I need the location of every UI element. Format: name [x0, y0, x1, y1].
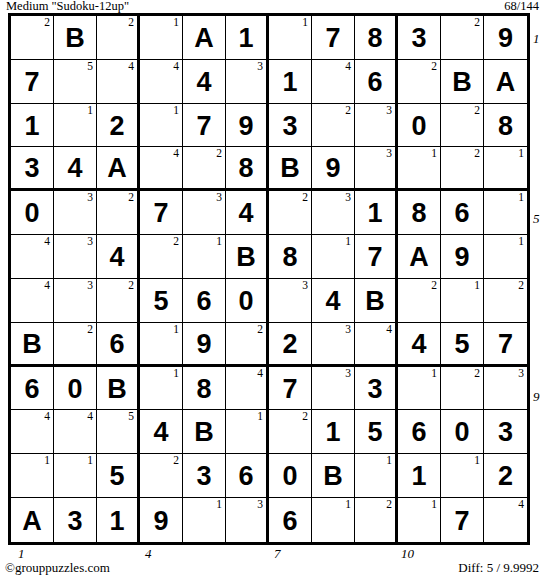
sudoku-cell-r8c6[interactable]: 2: [226, 323, 269, 367]
cell-corner-mark: 1: [173, 104, 179, 117]
cell-corner-mark: 2: [474, 16, 480, 29]
sudoku-cell-r11c2[interactable]: 1: [54, 454, 97, 498]
cell-value: 6: [226, 454, 266, 497]
sudoku-cell-r4c8[interactable]: 9: [312, 147, 355, 191]
cell-corner-mark: 3: [216, 191, 222, 204]
cell-corner-mark: 5: [87, 60, 93, 73]
filled-cell-counter: 68/144: [504, 0, 539, 13]
cell-corner-mark: 3: [87, 235, 93, 248]
cell-corner-mark: 3: [386, 147, 392, 160]
sudoku-cell-r2c3[interactable]: 4: [97, 60, 140, 104]
sudoku-cell-r4c9[interactable]: 3: [355, 147, 398, 191]
sudoku-cell-r6c3[interactable]: 4: [97, 235, 140, 279]
sudoku-cell-r12c10[interactable]: 1: [398, 498, 441, 542]
cell-corner-mark: 1: [386, 454, 392, 467]
cell-corner-mark: 5: [128, 410, 134, 423]
sudoku-cell-r11c4[interactable]: 2: [140, 454, 183, 498]
cell-value: A: [398, 235, 440, 278]
sudoku-cell-r8c9[interactable]: 4: [355, 323, 398, 367]
cell-value: 4: [398, 323, 440, 364]
sudoku-cell-r4c4[interactable]: 4: [140, 147, 183, 191]
sudoku-cell-r7c10[interactable]: 2: [398, 279, 441, 323]
sudoku-cell-r3c12[interactable]: 8: [484, 104, 527, 148]
sudoku-cell-r11c6[interactable]: 6: [226, 454, 269, 498]
sudoku-cell-r2c12[interactable]: A: [484, 60, 527, 104]
sudoku-cell-r10c2[interactable]: 4: [54, 410, 97, 454]
cell-corner-mark: 1: [173, 367, 179, 380]
cell-corner-mark: 2: [386, 498, 392, 511]
cell-corner-mark: 1: [87, 104, 93, 117]
cell-corner-mark: 2: [345, 104, 351, 117]
cell-corner-mark: 1: [302, 16, 308, 29]
cell-value: B: [97, 367, 137, 410]
cell-value: 7: [441, 498, 483, 542]
sudoku-cell-r8c4[interactable]: 1: [140, 323, 183, 367]
cell-value: 1: [398, 454, 440, 497]
sudoku-cell-r4c1[interactable]: 3: [11, 147, 54, 191]
sudoku-cell-r11c7[interactable]: 0: [269, 454, 312, 498]
cell-value: 4: [226, 191, 266, 234]
cell-corner-mark: 4: [44, 410, 50, 423]
sudoku-cell-r1c7[interactable]: 1: [269, 16, 312, 60]
cell-value: 6: [398, 410, 440, 453]
cell-corner-mark: 1: [474, 454, 480, 467]
cell-value: B: [312, 454, 354, 497]
cell-corner-mark: 1: [518, 235, 524, 248]
cell-corner-mark: 4: [44, 279, 50, 292]
cell-corner-mark: 3: [87, 191, 93, 204]
col-band-label-1: 1: [18, 547, 25, 561]
sudoku-cell-r1c10[interactable]: 3: [398, 16, 441, 60]
sudoku-cell-r10c6[interactable]: 1: [226, 410, 269, 454]
cell-value: 7: [11, 60, 53, 103]
sudoku-cell-r9c3[interactable]: B: [97, 367, 140, 411]
cell-value: 7: [312, 16, 354, 59]
sudoku-cell-r4c7[interactable]: B: [269, 147, 312, 191]
cell-value: 9: [183, 323, 225, 364]
sudoku-cell-r9c5[interactable]: 8: [183, 367, 226, 411]
sudoku-cell-r7c4[interactable]: 5: [140, 279, 183, 323]
difficulty-readout: Diff: 5 / 9.9992: [458, 560, 539, 575]
sudoku-cell-r5c10[interactable]: 8: [398, 191, 441, 235]
cell-corner-mark: 1: [87, 454, 93, 467]
cell-corner-mark: 1: [216, 498, 222, 511]
cell-corner-mark: 2: [128, 16, 134, 29]
cell-corner-mark: 1: [173, 323, 179, 336]
col-band-label-10: 10: [401, 547, 414, 561]
row-band-label-1: 1: [533, 32, 545, 46]
sudoku-cell-r3c11[interactable]: 2: [441, 104, 484, 148]
cell-value: B: [54, 16, 96, 59]
sudoku-cell-r9c9[interactable]: 3: [355, 367, 398, 411]
sudoku-cell-r2c7[interactable]: 1: [269, 60, 312, 104]
cell-corner-mark: 3: [345, 191, 351, 204]
sudoku-cell-r6c7[interactable]: 8: [269, 235, 312, 279]
sudoku-cell-r5c7[interactable]: 2: [269, 191, 312, 235]
cell-corner-mark: 4: [257, 367, 263, 380]
sudoku-cell-r3c8[interactable]: 2: [312, 104, 355, 148]
cell-corner-mark: 1: [518, 191, 524, 204]
cell-corner-mark: 3: [518, 367, 524, 380]
sudoku-cell-r9c10[interactable]: 1: [398, 367, 441, 411]
sudoku-cell-r8c8[interactable]: 3: [312, 323, 355, 367]
cell-value: 3: [269, 104, 311, 147]
sudoku-cell-r1c1[interactable]: 2: [11, 16, 54, 60]
sudoku-cell-r6c12[interactable]: 1: [484, 235, 527, 279]
cell-corner-mark: 1: [474, 279, 480, 292]
sudoku-cell-r6c10[interactable]: A: [398, 235, 441, 279]
sudoku-cell-r9c4[interactable]: 1: [140, 367, 183, 411]
cell-corner-mark: 1: [173, 16, 179, 29]
cell-value: 6: [355, 60, 395, 103]
sudoku-cell-r7c9[interactable]: B: [355, 279, 398, 323]
sudoku-board: 2B21A11783297544431462BA11217932302834A4…: [8, 13, 530, 545]
cell-corner-mark: 2: [173, 235, 179, 248]
sudoku-cell-r3c6[interactable]: 9: [226, 104, 269, 148]
sudoku-cell-r5c11[interactable]: 6: [441, 191, 484, 235]
sudoku-cell-r6c9[interactable]: 7: [355, 235, 398, 279]
cell-value: 1: [312, 410, 354, 453]
cell-value: 4: [312, 279, 354, 322]
cell-corner-mark: 4: [173, 60, 179, 73]
sudoku-cell-r4c2[interactable]: 4: [54, 147, 97, 191]
sudoku-cell-r8c3[interactable]: 6: [97, 323, 140, 367]
cell-corner-mark: 2: [257, 323, 263, 336]
puzzle-title: Medium "Sudoku-12up": [6, 0, 129, 13]
sudoku-cell-r4c6[interactable]: 8: [226, 147, 269, 191]
sudoku-cell-r2c2[interactable]: 5: [54, 60, 97, 104]
sudoku-cell-r3c2[interactable]: 1: [54, 104, 97, 148]
row-band-label-5: 5: [533, 212, 545, 226]
cell-value: 1: [269, 60, 311, 103]
cell-value: 9: [140, 498, 182, 542]
cell-corner-mark: 3: [386, 104, 392, 117]
cell-value: 3: [398, 16, 440, 59]
cell-corner-mark: 1: [431, 147, 437, 160]
sudoku-cell-r3c1[interactable]: 1: [11, 104, 54, 148]
cell-value: 0: [226, 279, 266, 322]
cell-value: 0: [441, 410, 483, 453]
sudoku-cell-r10c10[interactable]: 6: [398, 410, 441, 454]
sudoku-cell-r12c1[interactable]: A: [11, 498, 54, 542]
sudoku-cell-r11c8[interactable]: B: [312, 454, 355, 498]
sudoku-cell-r2c6[interactable]: 3: [226, 60, 269, 104]
sudoku-cell-r5c5[interactable]: 3: [183, 191, 226, 235]
sudoku-cell-r6c6[interactable]: B: [226, 235, 269, 279]
sudoku-cell-r2c11[interactable]: B: [441, 60, 484, 104]
sudoku-cell-r7c3[interactable]: 2: [97, 279, 140, 323]
sudoku-cell-r3c9[interactable]: 3: [355, 104, 398, 148]
cell-value: 7: [140, 191, 182, 234]
cell-value: 0: [11, 191, 53, 234]
sudoku-cell-r6c8[interactable]: 1: [312, 235, 355, 279]
col-band-label-7: 7: [274, 547, 281, 561]
sudoku-cell-r4c3[interactable]: A: [97, 147, 140, 191]
cell-value: 7: [355, 235, 395, 278]
sudoku-cell-r11c5[interactable]: 3: [183, 454, 226, 498]
cell-corner-mark: 2: [173, 454, 179, 467]
cell-corner-mark: 1: [44, 454, 50, 467]
sudoku-cell-r11c10[interactable]: 1: [398, 454, 441, 498]
sudoku-cell-r12c12[interactable]: 4: [484, 498, 527, 542]
sudoku-cell-r2c5[interactable]: 4: [183, 60, 226, 104]
sudoku-cell-r5c12[interactable]: 1: [484, 191, 527, 235]
cell-value: 5: [355, 410, 395, 453]
sudoku-cell-r9c6[interactable]: 4: [226, 367, 269, 411]
sudoku-cell-r5c9[interactable]: 1: [355, 191, 398, 235]
sudoku-cell-r1c5[interactable]: A: [183, 16, 226, 60]
sudoku-cell-r1c11[interactable]: 2: [441, 16, 484, 60]
sudoku-cell-r1c3[interactable]: 2: [97, 16, 140, 60]
sudoku-cell-r10c4[interactable]: 4: [140, 410, 183, 454]
sudoku-cell-r7c7[interactable]: 3: [269, 279, 312, 323]
cell-value: 5: [441, 323, 483, 364]
sudoku-cell-r8c2[interactable]: 2: [54, 323, 97, 367]
cell-value: 1: [226, 16, 266, 59]
cell-value: B: [11, 323, 53, 364]
sudoku-cell-r1c8[interactable]: 7: [312, 16, 355, 60]
cell-corner-mark: 1: [431, 498, 437, 511]
cell-value: 4: [54, 147, 96, 188]
cell-value: 4: [140, 410, 182, 453]
cell-corner-mark: 1: [345, 235, 351, 248]
cell-corner-mark: 1: [431, 367, 437, 380]
sudoku-cell-r11c12[interactable]: 2: [484, 454, 527, 498]
cell-corner-mark: 3: [345, 323, 351, 336]
titlebar: Medium "Sudoku-12up" 68/144: [6, 0, 539, 13]
sudoku-cell-r9c11[interactable]: 2: [441, 367, 484, 411]
cell-value: 9: [441, 235, 483, 278]
cell-value: 3: [355, 367, 395, 410]
sudoku-cell-r3c10[interactable]: 0: [398, 104, 441, 148]
sudoku-cell-r8c1[interactable]: B: [11, 323, 54, 367]
sudoku-cell-r12c2[interactable]: 3: [54, 498, 97, 542]
sudoku-cell-r4c10[interactable]: 1: [398, 147, 441, 191]
cell-corner-mark: 3: [257, 60, 263, 73]
cell-value: 6: [97, 323, 137, 364]
cell-corner-mark: 1: [518, 147, 524, 160]
sudoku-cell-r6c11[interactable]: 9: [441, 235, 484, 279]
sudoku-cell-r11c1[interactable]: 1: [11, 454, 54, 498]
cell-value: 7: [484, 323, 527, 364]
sudoku-cell-r3c5[interactable]: 7: [183, 104, 226, 148]
sudoku-cell-r2c9[interactable]: 6: [355, 60, 398, 104]
sudoku-cell-r2c10[interactable]: 2: [398, 60, 441, 104]
cell-corner-mark: 2: [431, 60, 437, 73]
cell-value: 8: [226, 147, 266, 188]
cell-value: 1: [355, 191, 395, 234]
sudoku-cell-r11c9[interactable]: 1: [355, 454, 398, 498]
sudoku-cell-r10c5[interactable]: B: [183, 410, 226, 454]
cell-corner-mark: 3: [302, 279, 308, 292]
sudoku-cell-r7c8[interactable]: 4: [312, 279, 355, 323]
sudoku-cell-r12c6[interactable]: 3: [226, 498, 269, 542]
cell-value: 1: [97, 498, 137, 542]
sudoku-cell-r10c12[interactable]: 3: [484, 410, 527, 454]
cell-corner-mark: 1: [216, 235, 222, 248]
sudoku-cell-r11c11[interactable]: 1: [441, 454, 484, 498]
sudoku-cell-r3c7[interactable]: 3: [269, 104, 312, 148]
cell-value: 4: [97, 235, 137, 278]
cell-value: 7: [183, 104, 225, 147]
row-band-label-9: 9: [533, 390, 545, 404]
cell-value: 6: [183, 279, 225, 322]
sudoku-cell-r6c2[interactable]: 3: [54, 235, 97, 279]
sudoku-cell-r6c5[interactable]: 1: [183, 235, 226, 279]
cell-value: 8: [269, 235, 311, 278]
sudoku-cell-r10c7[interactable]: 2: [269, 410, 312, 454]
sudoku-cell-r8c7[interactable]: 2: [269, 323, 312, 367]
sudoku-cell-r12c3[interactable]: 1: [97, 498, 140, 542]
sudoku-cell-r7c2[interactable]: 3: [54, 279, 97, 323]
sudoku-cell-r8c5[interactable]: 9: [183, 323, 226, 367]
sudoku-cell-r7c5[interactable]: 6: [183, 279, 226, 323]
cell-value: A: [484, 60, 527, 103]
cell-corner-mark: 4: [128, 60, 134, 73]
cell-value: 3: [11, 147, 53, 188]
sudoku-cell-r5c4[interactable]: 7: [140, 191, 183, 235]
sudoku-cell-r5c8[interactable]: 3: [312, 191, 355, 235]
cell-value: 8: [183, 367, 225, 410]
cell-corner-mark: 2: [128, 279, 134, 292]
sudoku-cell-r10c3[interactable]: 5: [97, 410, 140, 454]
cell-corner-mark: 3: [345, 367, 351, 380]
sudoku-cell-r8c11[interactable]: 5: [441, 323, 484, 367]
cell-corner-mark: 3: [257, 498, 263, 511]
cell-value: 4: [183, 60, 225, 103]
cell-value: B: [183, 410, 225, 453]
cell-value: 3: [484, 410, 527, 453]
sudoku-cell-r10c11[interactable]: 0: [441, 410, 484, 454]
cell-corner-mark: 2: [474, 367, 480, 380]
sudoku-cell-r10c8[interactable]: 1: [312, 410, 355, 454]
sudoku-cell-r6c1[interactable]: 4: [11, 235, 54, 279]
cell-corner-mark: 3: [87, 279, 93, 292]
cell-value: 0: [54, 367, 96, 410]
cell-corner-mark: 2: [302, 410, 308, 423]
sudoku-cell-r9c7[interactable]: 7: [269, 367, 312, 411]
sudoku-cell-r2c1[interactable]: 7: [11, 60, 54, 104]
cell-corner-mark: 2: [87, 323, 93, 336]
cell-value: B: [355, 279, 395, 322]
sudoku-cell-r1c6[interactable]: 1: [226, 16, 269, 60]
cell-value: 0: [398, 104, 440, 147]
cell-corner-mark: 4: [345, 60, 351, 73]
sudoku-cell-r5c1[interactable]: 0: [11, 191, 54, 235]
sudoku-cell-r12c8[interactable]: 1: [312, 498, 355, 542]
sudoku-cell-r10c9[interactable]: 5: [355, 410, 398, 454]
sudoku-cell-r4c12[interactable]: 1: [484, 147, 527, 191]
cell-value: B: [226, 235, 266, 278]
sudoku-cell-r12c9[interactable]: 2: [355, 498, 398, 542]
sudoku-cell-r3c4[interactable]: 1: [140, 104, 183, 148]
cell-value: B: [441, 60, 483, 103]
sudoku-cell-r1c4[interactable]: 1: [140, 16, 183, 60]
cell-corner-mark: 1: [345, 498, 351, 511]
sudoku-cell-r9c8[interactable]: 3: [312, 367, 355, 411]
sudoku-cell-r11c3[interactable]: 5: [97, 454, 140, 498]
sudoku-page: Medium "Sudoku-12up" 68/144 2B21A1178329…: [0, 0, 545, 578]
sudoku-cell-r7c6[interactable]: 0: [226, 279, 269, 323]
sudoku-cell-r5c2[interactable]: 3: [54, 191, 97, 235]
sudoku-cell-r10c1[interactable]: 4: [11, 410, 54, 454]
cell-corner-mark: 4: [87, 410, 93, 423]
cell-corner-mark: 4: [518, 498, 524, 511]
cell-value: B: [269, 147, 311, 188]
cell-corner-mark: 2: [216, 147, 222, 160]
sudoku-cell-r7c1[interactable]: 4: [11, 279, 54, 323]
cell-value: 8: [355, 16, 395, 59]
cell-value: 9: [226, 104, 266, 147]
cell-value: 2: [484, 454, 527, 497]
cell-value: 6: [441, 191, 483, 234]
sudoku-cell-r8c10[interactable]: 4: [398, 323, 441, 367]
sudoku-cell-r2c8[interactable]: 4: [312, 60, 355, 104]
sudoku-cell-r12c4[interactable]: 9: [140, 498, 183, 542]
sudoku-cell-r7c11[interactable]: 1: [441, 279, 484, 323]
cell-corner-mark: 2: [518, 279, 524, 292]
sudoku-cell-r9c1[interactable]: 6: [11, 367, 54, 411]
copyright-link[interactable]: ©grouppuzzles.com: [5, 560, 110, 575]
cell-value: 9: [312, 147, 354, 188]
sudoku-cell-r5c3[interactable]: 2: [97, 191, 140, 235]
cell-value: A: [11, 498, 53, 542]
col-band-label-4: 4: [145, 547, 152, 561]
cell-value: 1: [11, 104, 53, 147]
cell-corner-mark: 2: [128, 191, 134, 204]
cell-value: 2: [97, 104, 137, 147]
sudoku-cell-r9c12[interactable]: 3: [484, 367, 527, 411]
cell-value: 5: [97, 454, 137, 497]
cell-value: 7: [269, 367, 311, 410]
sudoku-cell-r6c4[interactable]: 2: [140, 235, 183, 279]
cell-value: 3: [183, 454, 225, 497]
cell-value: A: [183, 16, 225, 59]
cell-value: 8: [484, 104, 527, 147]
cell-corner-mark: 4: [386, 323, 392, 336]
cell-value: 3: [54, 498, 96, 542]
cell-corner-mark: 4: [44, 235, 50, 248]
cell-corner-mark: 2: [302, 191, 308, 204]
cell-corner-mark: 4: [173, 147, 179, 160]
sudoku-cell-r4c11[interactable]: 2: [441, 147, 484, 191]
sudoku-cell-r12c7[interactable]: 6: [269, 498, 312, 542]
cell-value: 0: [269, 454, 311, 497]
sudoku-cell-r3c3[interactable]: 2: [97, 104, 140, 148]
cell-corner-mark: 2: [474, 147, 480, 160]
sudoku-cell-r5c6[interactable]: 4: [226, 191, 269, 235]
sudoku-cell-r2c4[interactable]: 4: [140, 60, 183, 104]
sudoku-cell-r12c11[interactable]: 7: [441, 498, 484, 542]
sudoku-cell-r8c12[interactable]: 7: [484, 323, 527, 367]
sudoku-cell-r4c5[interactable]: 2: [183, 147, 226, 191]
cell-value: 8: [398, 191, 440, 234]
cell-value: 5: [140, 279, 182, 322]
cell-value: 6: [11, 367, 53, 410]
sudoku-cell-r1c12[interactable]: 9: [484, 16, 527, 60]
cell-corner-mark: 1: [257, 410, 263, 423]
sudoku-cell-r12c5[interactable]: 1: [183, 498, 226, 542]
cell-corner-mark: 2: [474, 104, 480, 117]
cell-value: 6: [269, 498, 311, 542]
sudoku-cell-r1c9[interactable]: 8: [355, 16, 398, 60]
sudoku-cell-r1c2[interactable]: B: [54, 16, 97, 60]
sudoku-cell-r7c12[interactable]: 2: [484, 279, 527, 323]
cell-corner-mark: 2: [431, 279, 437, 292]
cell-value: 2: [269, 323, 311, 364]
sudoku-cell-r9c2[interactable]: 0: [54, 367, 97, 411]
cell-corner-mark: 2: [44, 16, 50, 29]
